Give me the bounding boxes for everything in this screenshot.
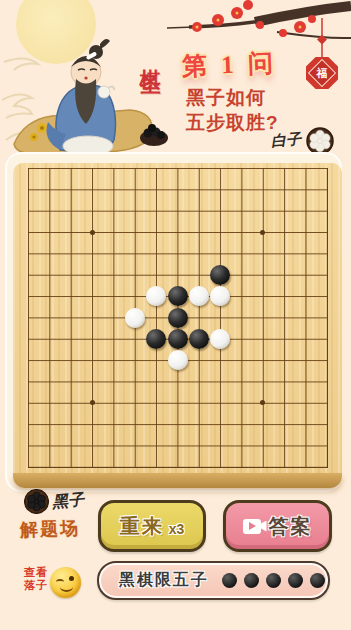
star-point	[90, 230, 95, 235]
peek-moves-label: 查看 落子	[24, 566, 48, 592]
black-stone	[189, 329, 209, 349]
chess-saint-figure	[47, 39, 116, 156]
star-point	[260, 400, 265, 405]
black-tray-label: 黑子	[51, 490, 85, 514]
black-stone-bowl-icon	[24, 489, 49, 514]
move-limit-banner: 黑棋限五子	[97, 561, 330, 600]
black-stone	[146, 329, 166, 349]
black-stone	[168, 308, 188, 328]
white-stone	[210, 286, 230, 306]
question-line-2: 五步取胜?	[186, 112, 279, 133]
fortune-charm-ornament: 福	[306, 57, 338, 89]
white-stone	[125, 308, 145, 328]
mode-label: 解题场	[20, 516, 81, 542]
white-tray-label: 白子	[270, 130, 302, 152]
smiley-mouth	[60, 582, 73, 592]
remaining-move-dot	[222, 573, 237, 588]
peek-line-1: 查看	[24, 566, 48, 578]
black-stone	[168, 329, 188, 349]
chess-saint-title: 棋圣	[136, 52, 164, 66]
white-stone	[210, 329, 230, 349]
black-stone	[168, 286, 188, 306]
question-text: 黑子如何 五步取胜?	[186, 85, 279, 135]
remaining-moves-dots	[222, 573, 325, 588]
move-limit-label: 黑棋限五子	[119, 570, 209, 591]
charm-character: 福	[317, 68, 328, 79]
peek-line-2: 落子	[24, 579, 48, 591]
star-point	[90, 400, 95, 405]
retry-count-badge: x3	[169, 521, 185, 537]
white-stone	[189, 286, 209, 306]
video-camera-icon	[243, 519, 261, 534]
star-point	[260, 230, 265, 235]
board-rim	[13, 473, 342, 488]
remaining-move-dot	[310, 573, 325, 588]
white-stone-bowl-icon	[306, 127, 334, 155]
white-stone	[146, 286, 166, 306]
go-board[interactable]	[13, 163, 342, 473]
retry-button-label: 重来	[120, 513, 164, 540]
retry-button[interactable]: 重来 x3	[98, 500, 206, 552]
peek-smiley-button[interactable]	[50, 567, 81, 598]
app-screen: 福 棋圣 第 1 问 黑子如何 五步取胜? 白子 黑子 解题场 重来 x3	[0, 0, 351, 630]
question-number: 第 1 问	[181, 46, 277, 82]
answer-button[interactable]: 答案	[223, 500, 332, 552]
remaining-move-dot	[288, 573, 303, 588]
white-stone	[168, 350, 188, 370]
question-line-1: 黑子如何	[186, 87, 266, 108]
answer-button-label: 答案	[269, 513, 313, 540]
board-grid[interactable]	[28, 168, 328, 468]
smiley-eye	[69, 576, 74, 581]
remaining-move-dot	[266, 573, 281, 588]
black-stone	[210, 265, 230, 285]
remaining-move-dot	[244, 573, 259, 588]
